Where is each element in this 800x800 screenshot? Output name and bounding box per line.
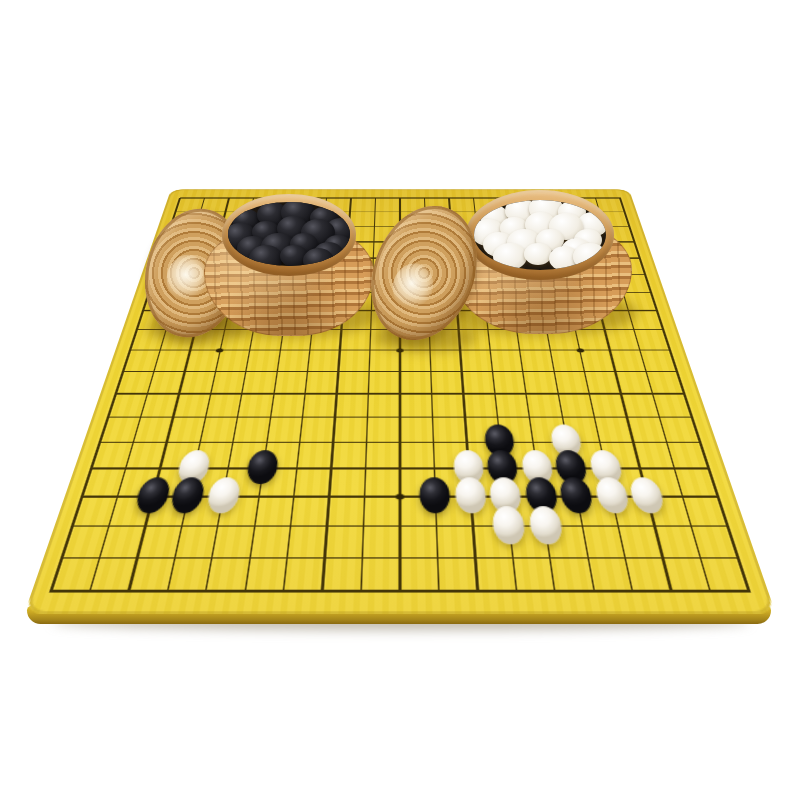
stone-black [133, 477, 172, 513]
star-point [216, 348, 224, 352]
stone-black [420, 477, 452, 513]
grid-line-horizontal [62, 557, 740, 559]
black-stone-bowl [204, 194, 372, 336]
star-point [396, 494, 405, 500]
stone-white [627, 477, 666, 513]
white-stone-bowl [452, 188, 630, 334]
stone-black [558, 477, 595, 513]
grid-line-horizontal [116, 393, 686, 394]
grid-line-vertical [619, 198, 751, 593]
product-photo-scene [0, 0, 800, 800]
grid-line-horizontal [123, 371, 678, 372]
stone-white [454, 477, 487, 513]
stone-black [246, 450, 280, 484]
lid-highlight [386, 258, 439, 315]
bowl-stone-white [524, 243, 552, 265]
grid-line-horizontal [100, 441, 702, 442]
star-point [576, 348, 584, 352]
stone-white [492, 505, 527, 543]
stone-black [169, 477, 207, 513]
stone-white [527, 505, 564, 543]
grid-line-horizontal [51, 590, 751, 593]
stone-white [593, 477, 631, 513]
grid-line-horizontal [108, 417, 694, 418]
stone-white [205, 477, 242, 513]
white-bowl-opening [474, 200, 606, 270]
black-bowl-opening [228, 202, 350, 266]
grid-line-horizontal [72, 525, 729, 527]
